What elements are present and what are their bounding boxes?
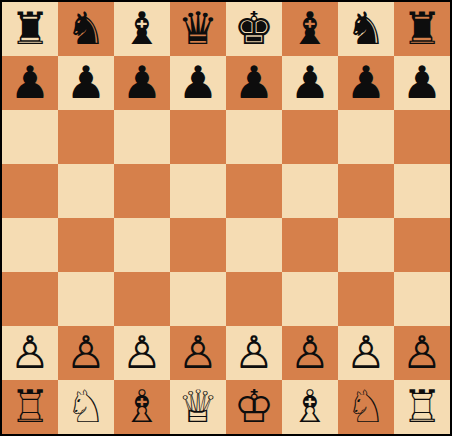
square-a2[interactable]: ♙ xyxy=(2,326,58,380)
square-c4[interactable] xyxy=(114,218,170,272)
piece-white-pawn[interactable]: ♙ xyxy=(290,330,330,375)
piece-black-pawn[interactable]: ♟ xyxy=(234,60,274,105)
square-a8[interactable]: ♜ xyxy=(2,2,58,56)
square-a3[interactable] xyxy=(2,272,58,326)
square-h8[interactable]: ♜ xyxy=(394,2,450,56)
square-d3[interactable] xyxy=(170,272,226,326)
square-d8[interactable]: ♛ xyxy=(170,2,226,56)
square-b6[interactable] xyxy=(58,110,114,164)
square-e8[interactable]: ♚ xyxy=(226,2,282,56)
square-c7[interactable]: ♟ xyxy=(114,56,170,110)
square-g1[interactable]: ♘ xyxy=(338,380,394,434)
chess-board-window: ♜♞♝♛♚♝♞♜♟♟♟♟♟♟♟♟♙♙♙♙♙♙♙♙♖♘♗♕♔♗♘♖ xyxy=(0,0,452,436)
square-f5[interactable] xyxy=(282,164,338,218)
piece-black-rook[interactable]: ♜ xyxy=(402,6,442,51)
square-b1[interactable]: ♘ xyxy=(58,380,114,434)
square-b5[interactable] xyxy=(58,164,114,218)
piece-white-pawn[interactable]: ♙ xyxy=(122,330,162,375)
square-b7[interactable]: ♟ xyxy=(58,56,114,110)
square-e2[interactable]: ♙ xyxy=(226,326,282,380)
piece-black-pawn[interactable]: ♟ xyxy=(290,60,330,105)
square-c8[interactable]: ♝ xyxy=(114,2,170,56)
square-e5[interactable] xyxy=(226,164,282,218)
square-h6[interactable] xyxy=(394,110,450,164)
piece-black-bishop[interactable]: ♝ xyxy=(290,6,330,51)
square-e6[interactable] xyxy=(226,110,282,164)
piece-black-king[interactable]: ♚ xyxy=(234,6,274,51)
square-f1[interactable]: ♗ xyxy=(282,380,338,434)
square-f4[interactable] xyxy=(282,218,338,272)
square-h5[interactable] xyxy=(394,164,450,218)
piece-white-rook[interactable]: ♖ xyxy=(10,384,50,429)
square-a5[interactable] xyxy=(2,164,58,218)
square-h2[interactable]: ♙ xyxy=(394,326,450,380)
piece-white-pawn[interactable]: ♙ xyxy=(402,330,442,375)
square-g4[interactable] xyxy=(338,218,394,272)
piece-black-queen[interactable]: ♛ xyxy=(178,6,218,51)
square-a1[interactable]: ♖ xyxy=(2,380,58,434)
piece-black-knight[interactable]: ♞ xyxy=(66,6,106,51)
square-h7[interactable]: ♟ xyxy=(394,56,450,110)
square-d1[interactable]: ♕ xyxy=(170,380,226,434)
square-d7[interactable]: ♟ xyxy=(170,56,226,110)
square-b2[interactable]: ♙ xyxy=(58,326,114,380)
square-f2[interactable]: ♙ xyxy=(282,326,338,380)
square-g5[interactable] xyxy=(338,164,394,218)
square-d5[interactable] xyxy=(170,164,226,218)
square-h1[interactable]: ♖ xyxy=(394,380,450,434)
piece-black-knight[interactable]: ♞ xyxy=(346,6,386,51)
square-d4[interactable] xyxy=(170,218,226,272)
square-d2[interactable]: ♙ xyxy=(170,326,226,380)
square-a4[interactable] xyxy=(2,218,58,272)
piece-black-pawn[interactable]: ♟ xyxy=(402,60,442,105)
piece-black-pawn[interactable]: ♟ xyxy=(122,60,162,105)
square-g8[interactable]: ♞ xyxy=(338,2,394,56)
square-g3[interactable] xyxy=(338,272,394,326)
piece-black-pawn[interactable]: ♟ xyxy=(10,60,50,105)
square-c5[interactable] xyxy=(114,164,170,218)
piece-black-pawn[interactable]: ♟ xyxy=(66,60,106,105)
square-c6[interactable] xyxy=(114,110,170,164)
piece-black-pawn[interactable]: ♟ xyxy=(178,60,218,105)
piece-white-rook[interactable]: ♖ xyxy=(402,384,442,429)
square-f8[interactable]: ♝ xyxy=(282,2,338,56)
square-b3[interactable] xyxy=(58,272,114,326)
square-g7[interactable]: ♟ xyxy=(338,56,394,110)
piece-white-knight[interactable]: ♘ xyxy=(66,384,106,429)
piece-white-pawn[interactable]: ♙ xyxy=(10,330,50,375)
square-e7[interactable]: ♟ xyxy=(226,56,282,110)
square-f7[interactable]: ♟ xyxy=(282,56,338,110)
square-h3[interactable] xyxy=(394,272,450,326)
square-c1[interactable]: ♗ xyxy=(114,380,170,434)
square-f6[interactable] xyxy=(282,110,338,164)
square-b8[interactable]: ♞ xyxy=(58,2,114,56)
square-c2[interactable]: ♙ xyxy=(114,326,170,380)
piece-white-pawn[interactable]: ♙ xyxy=(178,330,218,375)
square-g6[interactable] xyxy=(338,110,394,164)
square-e3[interactable] xyxy=(226,272,282,326)
square-e4[interactable] xyxy=(226,218,282,272)
piece-white-knight[interactable]: ♘ xyxy=(346,384,386,429)
piece-white-pawn[interactable]: ♙ xyxy=(66,330,106,375)
piece-white-pawn[interactable]: ♙ xyxy=(234,330,274,375)
square-g2[interactable]: ♙ xyxy=(338,326,394,380)
square-a6[interactable] xyxy=(2,110,58,164)
piece-black-pawn[interactable]: ♟ xyxy=(346,60,386,105)
square-b4[interactable] xyxy=(58,218,114,272)
square-d6[interactable] xyxy=(170,110,226,164)
piece-black-bishop[interactable]: ♝ xyxy=(122,6,162,51)
piece-white-pawn[interactable]: ♙ xyxy=(346,330,386,375)
square-a7[interactable]: ♟ xyxy=(2,56,58,110)
square-f3[interactable] xyxy=(282,272,338,326)
piece-white-bishop[interactable]: ♗ xyxy=(290,384,330,429)
piece-white-queen[interactable]: ♕ xyxy=(178,384,218,429)
piece-white-king[interactable]: ♔ xyxy=(234,384,274,429)
piece-white-bishop[interactable]: ♗ xyxy=(122,384,162,429)
square-c3[interactable] xyxy=(114,272,170,326)
square-h4[interactable] xyxy=(394,218,450,272)
square-e1[interactable]: ♔ xyxy=(226,380,282,434)
piece-black-rook[interactable]: ♜ xyxy=(10,6,50,51)
chess-board: ♜♞♝♛♚♝♞♜♟♟♟♟♟♟♟♟♙♙♙♙♙♙♙♙♖♘♗♕♔♗♘♖ xyxy=(0,0,452,436)
